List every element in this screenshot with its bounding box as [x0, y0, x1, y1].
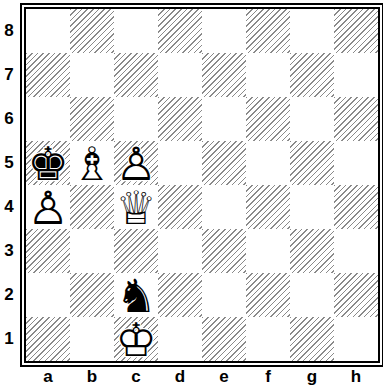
square-c2[interactable]: ♞♞ — [114, 273, 158, 317]
file-label-b: b — [70, 367, 114, 386]
square-g3[interactable] — [290, 229, 334, 273]
square-c5[interactable]: ♟♙ — [114, 141, 158, 185]
square-g7[interactable] — [290, 53, 334, 97]
square-f4[interactable] — [246, 185, 290, 229]
square-d4[interactable] — [158, 185, 202, 229]
square-h5[interactable] — [334, 141, 378, 185]
square-d6[interactable] — [158, 97, 202, 141]
square-f5[interactable] — [246, 141, 290, 185]
white-king-piece[interactable]: ♚♔ — [114, 317, 158, 361]
square-b2[interactable] — [70, 273, 114, 317]
square-b4[interactable] — [70, 185, 114, 229]
square-b3[interactable] — [70, 229, 114, 273]
square-e3[interactable] — [202, 229, 246, 273]
rank-label-4: 4 — [0, 185, 18, 229]
square-c1[interactable]: ♚♔ — [114, 317, 158, 361]
file-label-f: f — [246, 367, 290, 386]
piece-glyph: ♚ — [26, 142, 70, 186]
square-c6[interactable] — [114, 97, 158, 141]
board: ♚♚♝♗♟♙♟♙♛♕♞♞♚♔ — [26, 9, 378, 361]
square-a8[interactable] — [26, 9, 70, 53]
rank-labels: 87654321 — [0, 3, 18, 361]
piece-glyph: ♕ — [114, 186, 158, 230]
square-b5[interactable]: ♝♗ — [70, 141, 114, 185]
file-label-g: g — [290, 367, 334, 386]
square-f1[interactable] — [246, 317, 290, 361]
board-inner-border: ♚♚♝♗♟♙♟♙♛♕♞♞♚♔ — [24, 7, 380, 363]
square-a2[interactable] — [26, 273, 70, 317]
rank-label-5: 5 — [0, 141, 18, 185]
square-d2[interactable] — [158, 273, 202, 317]
rank-label-7: 7 — [0, 53, 18, 97]
white-bishop-piece[interactable]: ♝♗ — [70, 141, 114, 185]
square-e4[interactable] — [202, 185, 246, 229]
square-c7[interactable] — [114, 53, 158, 97]
file-label-c: c — [114, 367, 158, 386]
square-c4[interactable]: ♛♕ — [114, 185, 158, 229]
square-h3[interactable] — [334, 229, 378, 273]
file-label-a: a — [26, 367, 70, 386]
black-knight-piece[interactable]: ♞♞ — [114, 273, 158, 317]
square-f7[interactable] — [246, 53, 290, 97]
file-label-d: d — [158, 367, 202, 386]
piece-glyph: ♔ — [114, 318, 158, 362]
square-a3[interactable] — [26, 229, 70, 273]
square-f2[interactable] — [246, 273, 290, 317]
square-e7[interactable] — [202, 53, 246, 97]
square-d1[interactable] — [158, 317, 202, 361]
file-labels: abcdefgh — [26, 367, 378, 386]
rank-label-2: 2 — [0, 273, 18, 317]
rank-label-6: 6 — [0, 97, 18, 141]
square-e6[interactable] — [202, 97, 246, 141]
square-h4[interactable] — [334, 185, 378, 229]
square-h8[interactable] — [334, 9, 378, 53]
square-e8[interactable] — [202, 9, 246, 53]
square-h1[interactable] — [334, 317, 378, 361]
square-b7[interactable] — [70, 53, 114, 97]
piece-glyph: ♞ — [114, 274, 158, 318]
square-g6[interactable] — [290, 97, 334, 141]
white-pawn-piece[interactable]: ♟♙ — [114, 141, 158, 185]
square-d8[interactable] — [158, 9, 202, 53]
square-g8[interactable] — [290, 9, 334, 53]
square-a5[interactable]: ♚♚ — [26, 141, 70, 185]
rank-label-3: 3 — [0, 229, 18, 273]
square-a6[interactable] — [26, 97, 70, 141]
file-label-h: h — [334, 367, 378, 386]
square-e1[interactable] — [202, 317, 246, 361]
square-c8[interactable] — [114, 9, 158, 53]
square-a7[interactable] — [26, 53, 70, 97]
square-b6[interactable] — [70, 97, 114, 141]
square-b1[interactable] — [70, 317, 114, 361]
square-g2[interactable] — [290, 273, 334, 317]
square-c3[interactable] — [114, 229, 158, 273]
piece-glyph: ♙ — [114, 142, 158, 186]
square-g1[interactable] — [290, 317, 334, 361]
square-d3[interactable] — [158, 229, 202, 273]
rank-label-8: 8 — [0, 9, 18, 53]
square-h2[interactable] — [334, 273, 378, 317]
white-pawn-piece[interactable]: ♟♙ — [26, 185, 70, 229]
square-e5[interactable] — [202, 141, 246, 185]
square-d7[interactable] — [158, 53, 202, 97]
square-f6[interactable] — [246, 97, 290, 141]
piece-glyph: ♗ — [70, 142, 114, 186]
square-f8[interactable] — [246, 9, 290, 53]
square-d5[interactable] — [158, 141, 202, 185]
square-a4[interactable]: ♟♙ — [26, 185, 70, 229]
square-h6[interactable] — [334, 97, 378, 141]
chess-diagram: 87654321 ♚♚♝♗♟♙♟♙♛♕♞♞♚♔ abcdefgh — [0, 0, 383, 387]
piece-glyph: ♙ — [26, 186, 70, 230]
file-label-e: e — [202, 367, 246, 386]
square-h7[interactable] — [334, 53, 378, 97]
board-frame: ♚♚♝♗♟♙♟♙♛♕♞♞♚♔ — [20, 3, 383, 367]
square-f3[interactable] — [246, 229, 290, 273]
black-king-piece[interactable]: ♚♚ — [26, 141, 70, 185]
rank-label-1: 1 — [0, 317, 18, 361]
square-b8[interactable] — [70, 9, 114, 53]
square-g5[interactable] — [290, 141, 334, 185]
square-a1[interactable] — [26, 317, 70, 361]
square-e2[interactable] — [202, 273, 246, 317]
square-g4[interactable] — [290, 185, 334, 229]
white-queen-piece[interactable]: ♛♕ — [114, 185, 158, 229]
